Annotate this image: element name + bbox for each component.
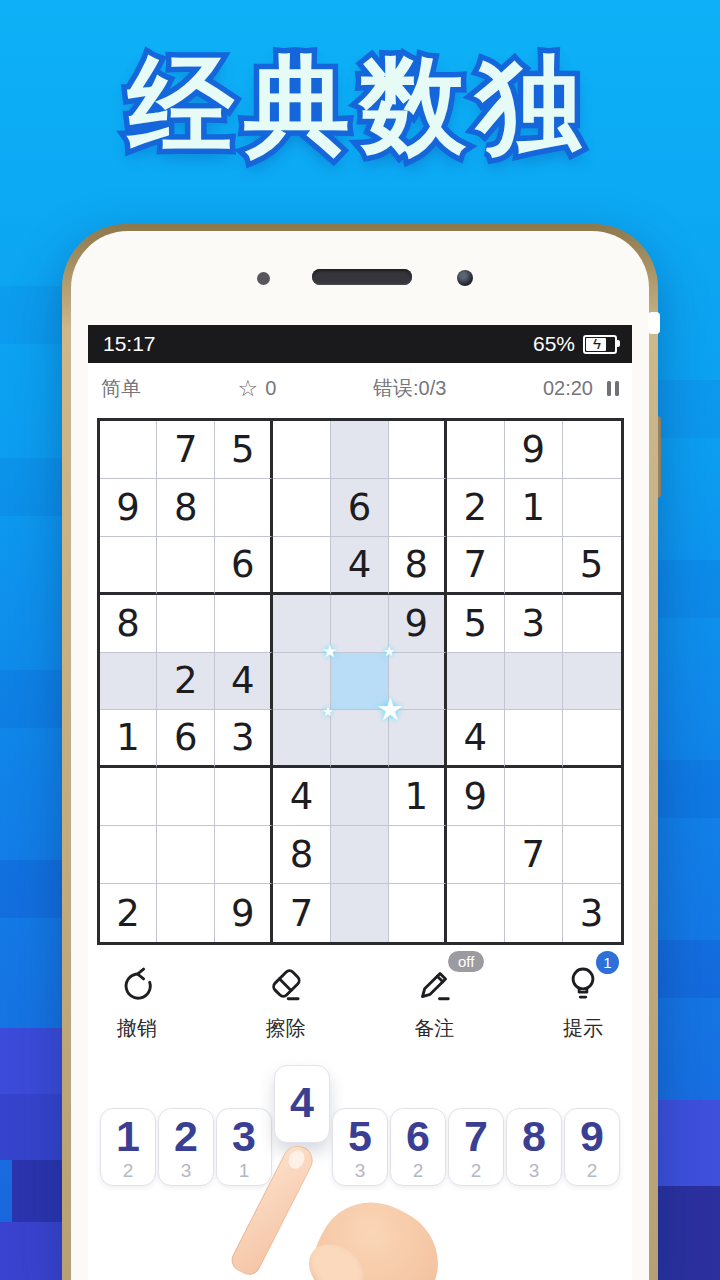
cell-r8c1[interactable] bbox=[100, 826, 158, 884]
cell-r6c8[interactable] bbox=[505, 710, 563, 768]
pause-button[interactable] bbox=[607, 381, 619, 396]
cell-r8c6[interactable] bbox=[389, 826, 447, 884]
numpad-key-2[interactable]: 23 bbox=[158, 1108, 214, 1186]
cell-r2c9[interactable] bbox=[563, 479, 621, 537]
cell-r5c3[interactable]: 4 bbox=[215, 653, 273, 711]
bg-tile bbox=[656, 1186, 720, 1280]
bg-tile bbox=[658, 380, 720, 438]
cell-r7c3[interactable] bbox=[215, 768, 273, 826]
bg-tile bbox=[658, 760, 720, 818]
cell-r4c3[interactable] bbox=[215, 595, 273, 653]
cell-r3c6[interactable]: 8 bbox=[389, 537, 447, 595]
cell-r1c5[interactable] bbox=[331, 421, 389, 479]
errors-label: 错误:0/3 bbox=[373, 375, 446, 402]
cell-r8c4[interactable]: 8 bbox=[273, 826, 331, 884]
cell-r5c9[interactable] bbox=[563, 653, 621, 711]
cell-r5c1[interactable] bbox=[100, 653, 158, 711]
numpad-key-4[interactable]: 4 bbox=[274, 1065, 330, 1143]
cell-r3c9[interactable]: 5 bbox=[563, 537, 621, 595]
notes-off-badge: off bbox=[448, 951, 484, 972]
toolbar: 撤销 擦除 bbox=[88, 963, 632, 1042]
cell-r4c8[interactable]: 3 bbox=[505, 595, 563, 653]
cell-r9c6[interactable] bbox=[389, 884, 447, 942]
cell-r3c5[interactable]: 4 bbox=[331, 537, 389, 595]
status-bar: 15:17 65% ϟ bbox=[88, 325, 632, 363]
cell-r8c7[interactable] bbox=[447, 826, 505, 884]
cell-r9c1[interactable]: 2 bbox=[100, 884, 158, 942]
undo-icon bbox=[115, 963, 159, 1007]
cell-r8c3[interactable] bbox=[215, 826, 273, 884]
front-camera bbox=[457, 270, 473, 286]
cell-r9c4[interactable]: 7 bbox=[273, 884, 331, 942]
cell-r7c7[interactable]: 9 bbox=[447, 768, 505, 826]
hint-count-badge: 1 bbox=[596, 951, 619, 974]
cell-r9c5[interactable] bbox=[331, 884, 389, 942]
erase-label: 擦除 bbox=[266, 1015, 306, 1042]
cell-r7c9[interactable] bbox=[563, 768, 621, 826]
cell-r6c2[interactable]: 6 bbox=[157, 710, 215, 768]
pencil-icon: off bbox=[412, 963, 456, 1007]
cell-r9c2[interactable] bbox=[157, 884, 215, 942]
cell-r5c2[interactable]: 2 bbox=[157, 653, 215, 711]
undo-button[interactable]: 撤销 bbox=[100, 963, 174, 1042]
cell-r4c7[interactable]: 5 bbox=[447, 595, 505, 653]
cell-r1c4[interactable] bbox=[273, 421, 331, 479]
bg-tile bbox=[0, 458, 62, 516]
notes-button[interactable]: off 备注 bbox=[397, 963, 471, 1042]
cell-r2c4[interactable] bbox=[273, 479, 331, 537]
cell-r9c3[interactable]: 9 bbox=[215, 884, 273, 942]
hint-label: 提示 bbox=[563, 1015, 603, 1042]
cell-r2c3[interactable] bbox=[215, 479, 273, 537]
cell-r4c1[interactable]: 8 bbox=[100, 595, 158, 653]
phone-rim-highlight bbox=[648, 312, 660, 334]
cell-r2c8[interactable]: 1 bbox=[505, 479, 563, 537]
cell-r7c4[interactable]: 4 bbox=[273, 768, 331, 826]
cell-r8c2[interactable] bbox=[157, 826, 215, 884]
app-screen: 15:17 65% ϟ 简单 ☆ 0 错误:0/3 02:20 bbox=[88, 325, 632, 1280]
bg-tile bbox=[656, 1100, 720, 1186]
sparkle-star-icon: ★ bbox=[322, 643, 337, 660]
cell-r4c9[interactable] bbox=[563, 595, 621, 653]
cell-r9c9[interactable]: 3 bbox=[563, 884, 621, 942]
sparkle-star-icon: ★ bbox=[376, 694, 404, 725]
cell-r6c1[interactable]: 1 bbox=[100, 710, 158, 768]
cell-r7c8[interactable] bbox=[505, 768, 563, 826]
cell-r2c7[interactable]: 2 bbox=[447, 479, 505, 537]
numpad-key-1[interactable]: 12 bbox=[100, 1108, 156, 1186]
cell-r3c7[interactable]: 7 bbox=[447, 537, 505, 595]
cell-r3c1[interactable] bbox=[100, 537, 158, 595]
sudoku-grid: 7599862164875895324★★★★1634419872973 bbox=[97, 418, 624, 945]
cell-r1c3[interactable]: 5 bbox=[215, 421, 273, 479]
cell-r7c6[interactable]: 1 bbox=[389, 768, 447, 826]
bg-tile bbox=[656, 940, 720, 998]
notes-label: 备注 bbox=[414, 1015, 454, 1042]
battery-percent: 65% bbox=[533, 332, 575, 356]
cell-r5c5[interactable]: ★★★★ bbox=[331, 653, 389, 711]
app-title: 经典数独 经典数独 bbox=[0, 30, 720, 180]
cell-r3c3[interactable]: 6 bbox=[215, 537, 273, 595]
sparkle-star-icon: ★ bbox=[322, 705, 334, 718]
cell-r4c5[interactable] bbox=[331, 595, 389, 653]
timer-label: 02:20 bbox=[543, 377, 593, 400]
bg-tile bbox=[0, 860, 62, 918]
cell-r2c2[interactable]: 8 bbox=[157, 479, 215, 537]
numpad-key-6[interactable]: 62 bbox=[390, 1108, 446, 1186]
cell-r2c1[interactable]: 9 bbox=[100, 479, 158, 537]
earpiece-speaker bbox=[312, 269, 412, 285]
numpad-key-7[interactable]: 72 bbox=[448, 1108, 504, 1186]
star-count: 0 bbox=[265, 377, 276, 400]
cell-r6c9[interactable] bbox=[563, 710, 621, 768]
cell-r1c1[interactable] bbox=[100, 421, 158, 479]
cell-r2c5[interactable]: 6 bbox=[331, 479, 389, 537]
numpad-key-9[interactable]: 92 bbox=[564, 1108, 620, 1186]
cell-r4c6[interactable]: 9 bbox=[389, 595, 447, 653]
bg-tile bbox=[658, 560, 720, 618]
numpad-key-8[interactable]: 83 bbox=[506, 1108, 562, 1186]
numpad-key-5[interactable]: 53 bbox=[332, 1108, 388, 1186]
proximity-sensor-icon bbox=[257, 272, 270, 285]
cell-r9c8[interactable] bbox=[505, 884, 563, 942]
cell-r6c4[interactable] bbox=[273, 710, 331, 768]
cell-r5c4[interactable] bbox=[273, 653, 331, 711]
star-outline-icon: ☆ bbox=[238, 375, 259, 402]
cell-r3c2[interactable] bbox=[157, 537, 215, 595]
cell-r1c6[interactable] bbox=[389, 421, 447, 479]
difficulty-label: 简单 bbox=[101, 375, 141, 402]
cell-r8c9[interactable] bbox=[563, 826, 621, 884]
cell-r4c2[interactable] bbox=[157, 595, 215, 653]
cell-r1c7[interactable] bbox=[447, 421, 505, 479]
sparkle-star-icon: ★ bbox=[383, 645, 395, 658]
app-title-text: 经典数独 bbox=[0, 30, 720, 180]
cell-r7c1[interactable] bbox=[100, 768, 158, 826]
cell-r9c7[interactable] bbox=[447, 884, 505, 942]
number-pad: 12233145362728392 bbox=[100, 1108, 620, 1186]
battery-icon: ϟ bbox=[583, 335, 617, 354]
cell-r1c2[interactable]: 7 bbox=[157, 421, 215, 479]
hint-button[interactable]: 1 提示 bbox=[546, 963, 620, 1042]
cell-r1c9[interactable] bbox=[563, 421, 621, 479]
cell-r7c2[interactable] bbox=[157, 768, 215, 826]
status-time: 15:17 bbox=[103, 332, 156, 356]
bulb-icon: 1 bbox=[561, 963, 605, 1007]
cell-r3c4[interactable] bbox=[273, 537, 331, 595]
cell-r3c8[interactable] bbox=[505, 537, 563, 595]
undo-label: 撤销 bbox=[117, 1015, 157, 1042]
cell-r1c8[interactable]: 9 bbox=[505, 421, 563, 479]
cell-r6c7[interactable]: 4 bbox=[447, 710, 505, 768]
cell-r6c3[interactable]: 3 bbox=[215, 710, 273, 768]
cell-r5c8[interactable] bbox=[505, 653, 563, 711]
cell-r8c5[interactable] bbox=[331, 826, 389, 884]
phone-mockup: 15:17 65% ϟ 简单 ☆ 0 错误:0/3 02:20 bbox=[62, 224, 658, 1280]
cell-r5c7[interactable] bbox=[447, 653, 505, 711]
game-header: 简单 ☆ 0 错误:0/3 02:20 bbox=[88, 363, 632, 413]
cell-r8c8[interactable]: 7 bbox=[505, 826, 563, 884]
phone-face: 15:17 65% ϟ 简单 ☆ 0 错误:0/3 02:20 bbox=[71, 231, 649, 1280]
bg-tile bbox=[0, 670, 62, 728]
erase-button[interactable]: 擦除 bbox=[249, 963, 323, 1042]
numpad-key-3[interactable]: 31 bbox=[216, 1108, 272, 1186]
bg-tile bbox=[0, 286, 62, 344]
cell-r2c6[interactable] bbox=[389, 479, 447, 537]
cell-r7c5[interactable] bbox=[331, 768, 389, 826]
eraser-icon bbox=[264, 963, 308, 1007]
